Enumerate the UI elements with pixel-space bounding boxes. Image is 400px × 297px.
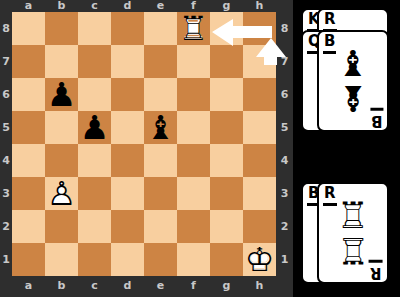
rank-label-1: 1: [0, 243, 12, 276]
file-label-g: g: [210, 276, 243, 297]
black-pawn-c5[interactable]: ♟: [78, 111, 111, 144]
rank-label-6: 6: [276, 78, 293, 111]
file-label-h: h: [243, 0, 276, 12]
black-bishop-e5[interactable]: ♝: [144, 111, 177, 144]
file-label-e: e: [144, 0, 177, 12]
rank-label-6: 6: [0, 78, 12, 111]
rank-label-3: 3: [0, 177, 12, 210]
rank-label-7: 7: [0, 45, 12, 78]
rank-label-7: 7: [276, 45, 293, 78]
file-label-f: f: [177, 276, 210, 297]
rank-label-3: 3: [276, 177, 293, 210]
file-label-a: a: [12, 276, 45, 297]
rank-labels-left: 87654321: [0, 12, 12, 276]
rook-pip-flipped-icon: ♖: [337, 235, 369, 265]
rook-pip-icon: ♖: [337, 201, 369, 231]
file-label-c: c: [78, 0, 111, 12]
rank-label-4: 4: [0, 144, 12, 177]
card-rook-front[interactable]: R ♖ ♖ R: [317, 182, 389, 284]
card-rook-label-inverted: R: [369, 260, 383, 280]
file-label-a: a: [12, 0, 45, 12]
cards-panel: K R Q B ♝ ♝ B B R: [293, 0, 400, 297]
white-rook-f8[interactable]: ♜♖: [177, 12, 210, 45]
card-bishop-front[interactable]: B ♝ ♝ B: [317, 30, 389, 132]
file-label-d: d: [111, 276, 144, 297]
rank-label-5: 5: [276, 111, 293, 144]
card-bishop-label-inverted: B: [370, 108, 383, 128]
bishop-pip-flipped-icon: ♝: [337, 83, 369, 113]
app-window: abcdefgh abcdefgh 87654321 87654321 ♜♖♟♟…: [0, 0, 400, 297]
file-label-d: d: [111, 0, 144, 12]
file-label-h: h: [243, 276, 276, 297]
rank-label-1: 1: [276, 243, 293, 276]
file-label-b: b: [45, 0, 78, 12]
file-label-e: e: [144, 276, 177, 297]
white-pawn-b3[interactable]: ♟♙: [45, 177, 78, 210]
card-rook-top-label: R: [323, 12, 337, 32]
file-label-g: g: [210, 0, 243, 12]
file-labels-top: abcdefgh: [12, 0, 276, 12]
card-group-bottom: B R ♖ ♖ R: [301, 182, 393, 297]
pieces-layer: ♜♖♟♟♝♟♙♚♔: [12, 12, 276, 276]
file-label-b: b: [45, 276, 78, 297]
rank-label-5: 5: [0, 111, 12, 144]
file-label-c: c: [78, 276, 111, 297]
card-group-top: K R Q B ♝ ♝ B: [301, 8, 393, 136]
file-labels-bottom: abcdefgh: [12, 276, 276, 297]
rank-labels-right: 87654321: [276, 12, 293, 276]
chess-board-panel: abcdefgh abcdefgh 87654321 87654321 ♜♖♟♟…: [0, 0, 293, 297]
black-pawn-b6[interactable]: ♟: [45, 78, 78, 111]
bishop-pip-icon: ♝: [337, 49, 369, 79]
rank-label-2: 2: [0, 210, 12, 243]
white-king-h1[interactable]: ♚♔: [243, 243, 276, 276]
rank-label-8: 8: [276, 12, 293, 45]
rank-label-8: 8: [0, 12, 12, 45]
rank-label-2: 2: [276, 210, 293, 243]
rank-label-4: 4: [276, 144, 293, 177]
